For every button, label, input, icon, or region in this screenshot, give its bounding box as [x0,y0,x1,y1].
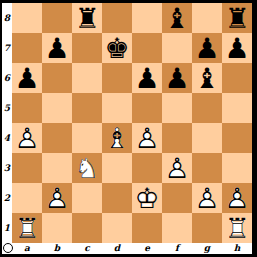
square-d8[interactable] [102,3,132,33]
square-f8[interactable]: ♝ [162,3,192,33]
square-d4[interactable] [102,123,132,153]
square-a6[interactable]: ♟ [12,63,42,93]
rank-label-4: 4 [2,123,12,153]
square-d7[interactable]: ♚ [102,33,132,63]
square-h6[interactable] [222,63,252,93]
square-g5[interactable] [192,93,222,123]
rank-label-7: 7 [2,33,12,63]
square-e2[interactable] [132,183,162,213]
white-knight-icon[interactable] [72,153,102,183]
square-d2[interactable] [102,183,132,213]
white-pawn-icon[interactable] [162,153,192,183]
white-pawn-icon[interactable] [192,183,222,213]
black-pawn-icon[interactable]: ♟ [42,33,72,63]
file-label-e: e [132,243,162,254]
square-d1[interactable] [102,213,132,243]
black-pawn-icon[interactable]: ♟ [222,33,252,63]
square-g8[interactable] [192,3,222,33]
square-b3[interactable] [42,153,72,183]
square-f3[interactable] [162,153,192,183]
square-c4[interactable] [72,123,102,153]
square-f2[interactable] [162,183,192,213]
square-e6[interactable]: ♟ [132,63,162,93]
rank-label-5: 5 [2,93,12,123]
square-c1[interactable] [72,213,102,243]
square-c5[interactable] [72,93,102,123]
square-f1[interactable] [162,213,192,243]
file-label-c: c [72,243,102,254]
square-e1[interactable] [132,213,162,243]
black-king-icon[interactable]: ♚ [102,33,132,63]
square-a3[interactable] [12,153,42,183]
black-bishop-icon[interactable]: ♝ [162,3,192,33]
square-h1[interactable] [222,213,252,243]
square-h4[interactable] [222,123,252,153]
square-b6[interactable] [42,63,72,93]
rank-label-2: 2 [2,183,12,213]
chess-diagram: 87654321 ♜♝♜♟♚♟♟♟♟♟♝ abcdefgh [0,0,257,257]
square-g7[interactable]: ♟ [192,33,222,63]
square-b8[interactable] [42,3,72,33]
square-c2[interactable] [72,183,102,213]
square-g6[interactable]: ♝ [192,63,222,93]
square-h2[interactable] [222,183,252,213]
square-d6[interactable] [102,63,132,93]
square-f4[interactable] [162,123,192,153]
square-b2[interactable] [42,183,72,213]
square-a2[interactable] [12,183,42,213]
square-a4[interactable] [12,123,42,153]
white-rook-icon[interactable] [12,213,42,243]
white-to-move-indicator [3,243,13,253]
rank-labels: 87654321 [2,3,12,243]
file-labels: abcdefgh [12,243,252,254]
rank-label-1: 1 [2,213,12,243]
black-rook-icon[interactable]: ♜ [222,3,252,33]
black-pawn-icon[interactable]: ♟ [132,63,162,93]
file-label-f: f [162,243,192,254]
black-pawn-icon[interactable]: ♟ [192,33,222,63]
chess-board: ♜♝♜♟♚♟♟♟♟♟♝ [12,3,252,243]
rank-label-8: 8 [2,3,12,33]
square-g1[interactable] [192,213,222,243]
square-b1[interactable] [42,213,72,243]
white-rook-icon[interactable] [222,213,252,243]
white-pawn-icon[interactable] [12,123,42,153]
black-pawn-icon[interactable]: ♟ [12,63,42,93]
square-a1[interactable] [12,213,42,243]
square-a7[interactable] [12,33,42,63]
white-pawn-icon[interactable] [132,123,162,153]
square-a5[interactable] [12,93,42,123]
square-e5[interactable] [132,93,162,123]
square-d5[interactable] [102,93,132,123]
file-label-d: d [102,243,132,254]
file-label-h: h [222,243,252,254]
square-c3[interactable] [72,153,102,183]
square-f6[interactable]: ♟ [162,63,192,93]
square-g4[interactable] [192,123,222,153]
white-bishop-icon[interactable] [102,123,132,153]
black-rook-icon[interactable]: ♜ [72,3,102,33]
square-f5[interactable] [162,93,192,123]
file-label-b: b [42,243,72,254]
square-a8[interactable] [12,3,42,33]
square-e4[interactable] [132,123,162,153]
file-label-g: g [192,243,222,254]
white-pawn-icon[interactable] [222,183,252,213]
rank-label-3: 3 [2,153,12,183]
square-c6[interactable] [72,63,102,93]
white-king-icon[interactable] [132,183,162,213]
square-e7[interactable] [132,33,162,63]
square-g2[interactable] [192,183,222,213]
square-h8[interactable]: ♜ [222,3,252,33]
square-f7[interactable] [162,33,192,63]
square-b7[interactable]: ♟ [42,33,72,63]
black-bishop-icon[interactable]: ♝ [192,63,222,93]
square-e8[interactable] [132,3,162,33]
square-h3[interactable] [222,153,252,183]
black-pawn-icon[interactable]: ♟ [162,63,192,93]
white-pawn-icon[interactable] [42,183,72,213]
square-c7[interactable] [72,33,102,63]
square-h7[interactable]: ♟ [222,33,252,63]
file-label-a: a [12,243,42,254]
square-d3[interactable] [102,153,132,183]
square-g3[interactable] [192,153,222,183]
square-e3[interactable] [132,153,162,183]
square-h5[interactable] [222,93,252,123]
rank-label-6: 6 [2,63,12,93]
square-b5[interactable] [42,93,72,123]
square-b4[interactable] [42,123,72,153]
square-c8[interactable]: ♜ [72,3,102,33]
